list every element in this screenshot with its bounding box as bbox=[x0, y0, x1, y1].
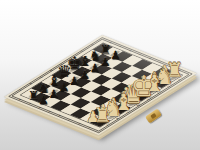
chess-board: ABCDEFGH ABCDEFGH 87654321 87654321 ♜♞♝♛… bbox=[4, 35, 197, 135]
rank-label: 4 bbox=[149, 58, 153, 60]
piece-glyph: ♟ bbox=[89, 63, 99, 75]
photo-scene: ABCDEFGH ABCDEFGH 87654321 87654321 ♜♞♝♛… bbox=[0, 0, 200, 150]
file-label: A bbox=[19, 89, 23, 91]
file-label: C bbox=[40, 76, 44, 78]
rank-label: 2 bbox=[78, 123, 82, 125]
piece-glyph: ♟ bbox=[110, 50, 120, 62]
piece-glyph: ♟ bbox=[79, 70, 89, 82]
rank-label: 6 bbox=[129, 50, 133, 52]
piece-glyph: ♟ bbox=[69, 76, 79, 88]
piece-glyph: ♟ bbox=[59, 83, 69, 95]
rank-label: 5 bbox=[139, 54, 143, 56]
piece-glyph: ♜ bbox=[165, 61, 183, 81]
file-label: B bbox=[29, 83, 33, 85]
piece-glyph: ♟ bbox=[48, 89, 58, 101]
rank-label: 7 bbox=[29, 103, 33, 105]
rank-label: 1 bbox=[88, 127, 92, 129]
rank-label: 3 bbox=[68, 119, 72, 121]
rank-label: 8 bbox=[19, 99, 23, 101]
file-label: H bbox=[91, 44, 95, 46]
piece-glyph: ♟ bbox=[38, 96, 48, 108]
rank-label: 4 bbox=[58, 115, 62, 117]
piece-glyph: ♟ bbox=[100, 57, 110, 69]
